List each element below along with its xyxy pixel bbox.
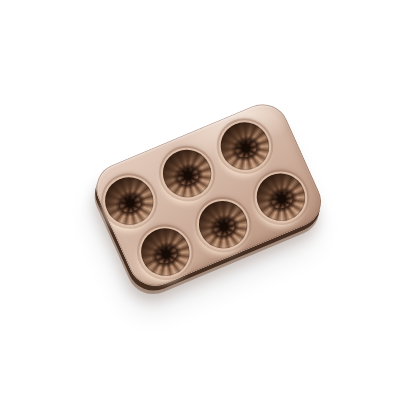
cavity-2 <box>155 142 219 204</box>
cavity-5 <box>191 193 255 255</box>
product-photo-background: Product photo on a plain white backgroun… <box>0 0 410 410</box>
cavity-6 <box>249 166 313 228</box>
cavity-1 <box>97 170 161 232</box>
muffin-pan <box>88 96 329 294</box>
cavity-3 <box>213 115 277 177</box>
photo-caption: Product photo on a plain white backgroun… <box>0 0 1 1</box>
cavity-4 <box>133 221 197 283</box>
